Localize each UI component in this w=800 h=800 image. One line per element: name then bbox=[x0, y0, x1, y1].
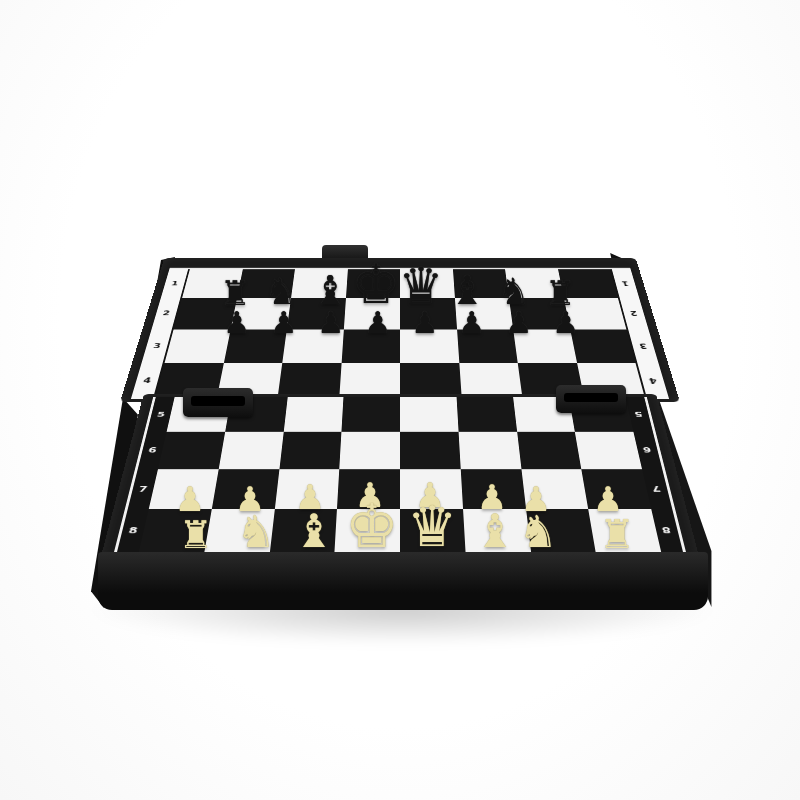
white-king[interactable]: ♚ bbox=[345, 496, 399, 556]
hinge-slot bbox=[191, 396, 244, 406]
white-knight[interactable]: ♞ bbox=[518, 510, 557, 554]
black-king[interactable]: ♚ bbox=[352, 258, 400, 312]
product-photo-scene: 1234 1234 5678 5678 ♜♞♝♚♛♝♞♜♟♟♟♟♟♟♟♟♟♟♟♟… bbox=[0, 0, 800, 800]
black-bishop[interactable]: ♝ bbox=[449, 270, 485, 310]
chessboard-grid-bottom bbox=[139, 397, 661, 552]
black-bishop[interactable]: ♝ bbox=[312, 270, 348, 310]
black-pawn[interactable]: ♟ bbox=[553, 308, 580, 338]
rank-label-1: 1 bbox=[612, 269, 639, 298]
white-rook[interactable]: ♜ bbox=[179, 516, 213, 554]
square-r6f3-dark[interactable] bbox=[279, 432, 342, 469]
black-pawn[interactable]: ♟ bbox=[365, 308, 392, 338]
white-knight[interactable]: ♞ bbox=[236, 510, 275, 554]
square-r6f8-light[interactable] bbox=[575, 432, 642, 469]
white-bishop[interactable]: ♝ bbox=[474, 508, 515, 554]
square-r6f5-dark[interactable] bbox=[400, 432, 460, 469]
square-r6f1-dark[interactable] bbox=[158, 432, 225, 469]
square-r5f5-light[interactable] bbox=[400, 397, 458, 432]
black-queen[interactable]: ♛ bbox=[399, 261, 444, 311]
square-r3f8-dark[interactable] bbox=[570, 329, 636, 363]
black-pawn[interactable]: ♟ bbox=[412, 308, 439, 338]
case-front-face bbox=[98, 552, 708, 610]
black-pawn[interactable]: ♟ bbox=[318, 308, 345, 338]
white-rook[interactable]: ♜ bbox=[599, 514, 635, 554]
square-r6f4-light[interactable] bbox=[340, 432, 400, 469]
black-pawn[interactable]: ♟ bbox=[506, 308, 533, 338]
hinge-left bbox=[183, 388, 253, 417]
square-r6f7-dark[interactable] bbox=[517, 432, 582, 469]
white-bishop[interactable]: ♝ bbox=[293, 508, 334, 554]
hinge-slot bbox=[564, 393, 617, 403]
square-r6f6-light[interactable] bbox=[458, 432, 521, 469]
white-queen[interactable]: ♛ bbox=[407, 499, 457, 555]
square-r6f2-light[interactable] bbox=[219, 432, 284, 469]
black-pawn[interactable]: ♟ bbox=[459, 308, 486, 338]
square-r3f1-light[interactable] bbox=[165, 329, 231, 363]
square-r5f3-light[interactable] bbox=[283, 397, 343, 432]
hinge-right bbox=[556, 385, 626, 413]
square-r5f4-dark[interactable] bbox=[342, 397, 400, 432]
square-r5f6-dark[interactable] bbox=[456, 397, 516, 432]
black-pawn[interactable]: ♟ bbox=[271, 308, 298, 338]
white-pawn[interactable]: ♟ bbox=[175, 482, 205, 516]
black-pawn[interactable]: ♟ bbox=[224, 308, 251, 338]
